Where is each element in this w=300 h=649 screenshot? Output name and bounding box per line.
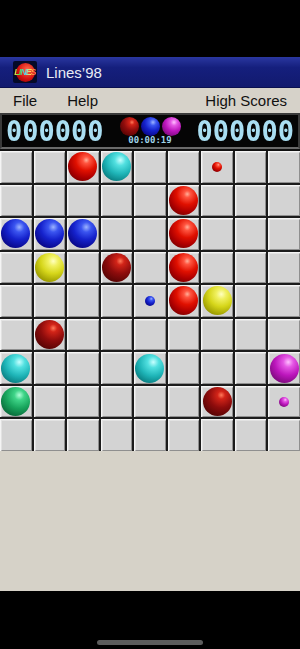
logo-word: LINES	[14, 67, 36, 77]
board-cell[interactable]	[168, 319, 200, 351]
board-cell[interactable]	[201, 352, 233, 384]
background-area	[0, 451, 300, 591]
darkred-ball[interactable]	[35, 320, 64, 349]
board-cell[interactable]	[268, 151, 300, 183]
board-cell[interactable]	[134, 352, 166, 384]
board-cell[interactable]	[101, 151, 133, 183]
board-cell[interactable]	[134, 151, 166, 183]
board-cell[interactable]	[235, 419, 267, 451]
board-cell[interactable]	[0, 185, 32, 217]
yellow-ball[interactable]	[203, 286, 232, 315]
board-cell[interactable]	[34, 151, 66, 183]
timer-display: 00:00:19	[128, 136, 171, 145]
board-cell[interactable]	[201, 285, 233, 317]
board-cell[interactable]	[34, 386, 66, 418]
board-cell[interactable]	[101, 252, 133, 284]
board-cell[interactable]	[101, 218, 133, 250]
next-balls-preview	[120, 117, 181, 136]
board-cell[interactable]	[201, 419, 233, 451]
screen: LINES Lines’98 File Help High Scores 000…	[0, 0, 300, 649]
board-cell[interactable]	[67, 252, 99, 284]
board-cell[interactable]	[168, 218, 200, 250]
board-cell[interactable]	[67, 319, 99, 351]
board-cell[interactable]	[67, 386, 99, 418]
blue-next-ball-icon	[141, 117, 160, 136]
blue-ball[interactable]	[1, 219, 30, 248]
darkred-ball[interactable]	[102, 253, 131, 282]
menu-help[interactable]: Help	[67, 92, 98, 109]
score-display: 000000	[6, 117, 104, 145]
board-cell[interactable]	[101, 285, 133, 317]
board-cell[interactable]	[268, 352, 300, 384]
title-bar: LINES Lines’98	[0, 57, 300, 88]
board-cell[interactable]	[67, 419, 99, 451]
board-cell[interactable]	[0, 386, 32, 418]
board-cell[interactable]	[34, 252, 66, 284]
board-cell[interactable]	[168, 151, 200, 183]
red-ball[interactable]	[169, 219, 198, 248]
board-cell[interactable]	[268, 419, 300, 451]
board-cell[interactable]	[67, 352, 99, 384]
lines-logo-icon: LINES	[13, 61, 37, 83]
board-cell[interactable]	[101, 319, 133, 351]
yellow-ball[interactable]	[35, 253, 64, 282]
board-cell[interactable]	[134, 185, 166, 217]
top-letterbox	[0, 0, 300, 57]
cyan-ball[interactable]	[102, 152, 131, 181]
blue-preview-ball[interactable]	[145, 296, 155, 306]
board-cell[interactable]	[101, 185, 133, 217]
game-board	[0, 149, 300, 451]
board-cell[interactable]	[67, 285, 99, 317]
board-cell[interactable]	[67, 218, 99, 250]
red-ball[interactable]	[169, 253, 198, 282]
menu-high-scores[interactable]: High Scores	[205, 92, 287, 109]
cyan-ball[interactable]	[135, 354, 164, 383]
board-cell[interactable]	[34, 185, 66, 217]
highscore-display: 000000	[196, 117, 294, 145]
board-cell[interactable]	[268, 252, 300, 284]
board-cell[interactable]	[134, 419, 166, 451]
score-panel-center: 00:00:19	[120, 117, 181, 145]
green-ball[interactable]	[1, 387, 30, 416]
board-cell[interactable]	[268, 386, 300, 418]
bottom-letterbox	[0, 591, 300, 649]
board-cell[interactable]	[0, 319, 32, 351]
board-cell[interactable]	[201, 185, 233, 217]
red-ball[interactable]	[68, 152, 97, 181]
cyan-ball[interactable]	[1, 354, 30, 383]
board-cell[interactable]	[134, 285, 166, 317]
magenta-next-ball-icon	[162, 117, 181, 136]
board-cell[interactable]	[34, 285, 66, 317]
menu-bar: File Help High Scores	[0, 88, 300, 113]
board-cell[interactable]	[168, 419, 200, 451]
app-title: Lines’98	[46, 64, 102, 81]
board-cell[interactable]	[67, 185, 99, 217]
board-cell[interactable]	[34, 352, 66, 384]
score-panel: 000000 00:00:19 000000	[0, 113, 300, 149]
board-cell[interactable]	[134, 386, 166, 418]
magenta-ball[interactable]	[270, 354, 299, 383]
board-cell[interactable]	[34, 419, 66, 451]
board-cell[interactable]	[0, 151, 32, 183]
board-cell[interactable]	[235, 386, 267, 418]
board-cell[interactable]	[0, 218, 32, 250]
board-cell[interactable]	[168, 185, 200, 217]
board-cell[interactable]	[168, 386, 200, 418]
menu-file[interactable]: File	[13, 92, 37, 109]
magenta-preview-ball[interactable]	[279, 397, 289, 407]
board-cell[interactable]	[168, 352, 200, 384]
red-ball[interactable]	[169, 286, 198, 315]
board-cell[interactable]	[101, 352, 133, 384]
blue-ball[interactable]	[68, 219, 97, 248]
board-cell[interactable]	[201, 151, 233, 183]
red-preview-ball[interactable]	[212, 162, 222, 172]
board-cell[interactable]	[235, 151, 267, 183]
board-cell[interactable]	[235, 319, 267, 351]
board-cell[interactable]	[235, 185, 267, 217]
board-cell[interactable]	[201, 386, 233, 418]
home-indicator[interactable]	[97, 640, 203, 645]
blue-ball[interactable]	[35, 219, 64, 248]
board-cell[interactable]	[268, 218, 300, 250]
board-cell[interactable]	[34, 218, 66, 250]
board-cell[interactable]	[235, 352, 267, 384]
red-ball[interactable]	[169, 186, 198, 215]
board-cell[interactable]	[134, 218, 166, 250]
board-cell[interactable]	[235, 252, 267, 284]
board-cell[interactable]	[34, 319, 66, 351]
darkred-ball[interactable]	[203, 387, 232, 416]
board-cell[interactable]	[168, 252, 200, 284]
darkred-next-ball-icon	[120, 117, 139, 136]
board-cell[interactable]	[0, 352, 32, 384]
board-cell[interactable]	[0, 252, 32, 284]
board-cell[interactable]	[201, 319, 233, 351]
board-cell[interactable]	[101, 386, 133, 418]
board-cell[interactable]	[268, 285, 300, 317]
board-cell[interactable]	[134, 252, 166, 284]
board-cell[interactable]	[168, 285, 200, 317]
board-cell[interactable]	[268, 185, 300, 217]
board-cell[interactable]	[67, 151, 99, 183]
board-cell[interactable]	[235, 285, 267, 317]
board-cell[interactable]	[201, 252, 233, 284]
board-cell[interactable]	[0, 285, 32, 317]
board-cell[interactable]	[235, 218, 267, 250]
board-cell[interactable]	[0, 419, 32, 451]
board-cell[interactable]	[201, 218, 233, 250]
board-cell[interactable]	[134, 319, 166, 351]
board-cell[interactable]	[101, 419, 133, 451]
board-cell[interactable]	[268, 319, 300, 351]
